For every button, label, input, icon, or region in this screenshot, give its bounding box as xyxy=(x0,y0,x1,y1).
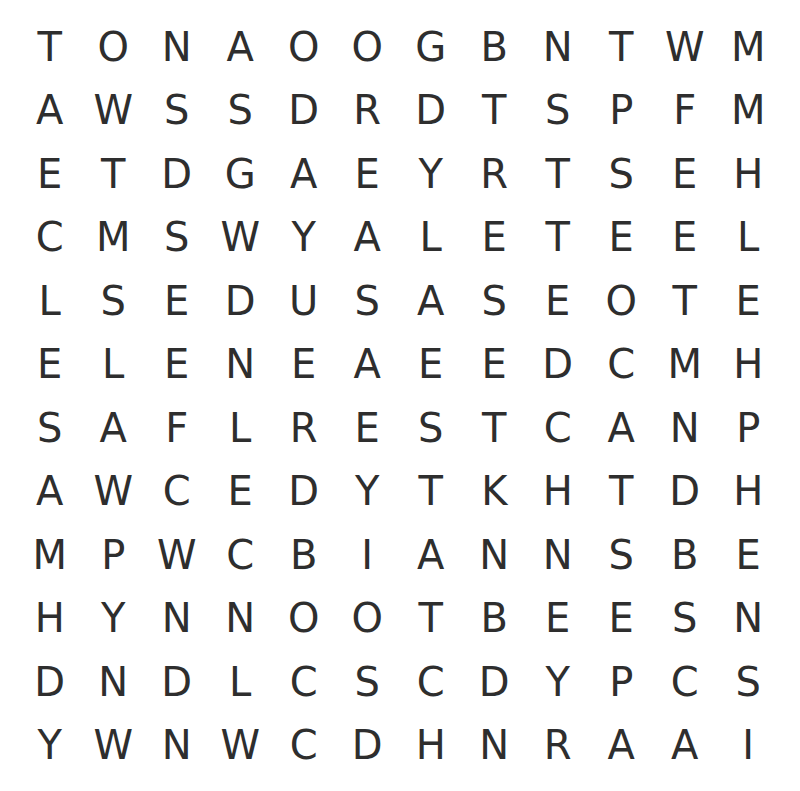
grid-cell[interactable]: S xyxy=(145,79,209,143)
grid-cell[interactable]: A xyxy=(399,269,463,333)
grid-cell[interactable]: T xyxy=(463,79,527,143)
grid-cell[interactable]: M xyxy=(82,206,146,270)
grid-cell[interactable]: T xyxy=(18,15,82,79)
grid-cell[interactable]: G xyxy=(209,142,273,206)
grid-cell[interactable]: L xyxy=(18,269,82,333)
grid-cell[interactable]: A xyxy=(82,396,146,460)
grid-cell[interactable]: F xyxy=(653,79,717,143)
grid-cell[interactable]: Y xyxy=(399,142,463,206)
grid-cell[interactable]: R xyxy=(526,714,590,778)
grid-cell[interactable]: C xyxy=(18,206,82,270)
grid-cell[interactable]: L xyxy=(209,650,273,714)
grid-cell[interactable]: S xyxy=(590,142,654,206)
grid-cell[interactable]: N xyxy=(463,714,527,778)
grid-cell[interactable]: M xyxy=(717,79,781,143)
grid-cell[interactable]: A xyxy=(590,396,654,460)
grid-cell[interactable]: N xyxy=(717,587,781,651)
grid-cell[interactable]: E xyxy=(209,460,273,524)
grid-cell[interactable]: S xyxy=(653,587,717,651)
grid-cell[interactable]: O xyxy=(82,15,146,79)
grid-cell[interactable]: D xyxy=(145,142,209,206)
grid-cell[interactable]: W xyxy=(653,15,717,79)
word-search-grid: TONAOOGBNTWMAWSSDRDTSPFMETDGAEYRTSEHCMSW… xyxy=(18,15,780,777)
grid-cell[interactable]: E xyxy=(717,523,781,587)
grid-cell[interactable]: Y xyxy=(336,460,400,524)
grid-cell[interactable]: I xyxy=(336,523,400,587)
grid-cell[interactable]: E xyxy=(590,587,654,651)
grid-cell[interactable]: O xyxy=(336,15,400,79)
grid-cell[interactable]: E xyxy=(18,142,82,206)
grid-cell[interactable]: S xyxy=(209,79,273,143)
grid-cell[interactable]: N xyxy=(145,714,209,778)
grid-cell[interactable]: N xyxy=(82,650,146,714)
grid-cell[interactable]: S xyxy=(145,206,209,270)
grid-cell[interactable]: A xyxy=(590,714,654,778)
grid-cell[interactable]: N xyxy=(145,587,209,651)
grid-cell[interactable]: S xyxy=(526,79,590,143)
grid-cell[interactable]: M xyxy=(717,15,781,79)
grid-cell[interactable]: T xyxy=(463,396,527,460)
grid-cell[interactable]: E xyxy=(653,142,717,206)
grid-cell[interactable]: T xyxy=(526,206,590,270)
grid-cell[interactable]: C xyxy=(272,650,336,714)
grid-cell[interactable]: H xyxy=(717,333,781,397)
grid-cell[interactable]: D xyxy=(145,650,209,714)
grid-cell[interactable]: E xyxy=(717,269,781,333)
grid-cell[interactable]: B xyxy=(463,15,527,79)
grid-cell[interactable]: E xyxy=(336,396,400,460)
grid-cell[interactable]: E xyxy=(399,333,463,397)
grid-cell[interactable]: P xyxy=(82,523,146,587)
grid-cell[interactable]: L xyxy=(399,206,463,270)
grid-cell[interactable]: D xyxy=(463,650,527,714)
grid-cell[interactable]: W xyxy=(209,714,273,778)
grid-cell[interactable]: T xyxy=(590,460,654,524)
grid-cell[interactable]: N xyxy=(209,587,273,651)
grid-cell[interactable]: O xyxy=(272,15,336,79)
grid-cell[interactable]: T xyxy=(399,460,463,524)
grid-cell[interactable]: D xyxy=(399,79,463,143)
grid-cell[interactable]: C xyxy=(590,333,654,397)
grid-cell[interactable]: U xyxy=(272,269,336,333)
grid-cell[interactable]: T xyxy=(82,142,146,206)
grid-cell[interactable]: Y xyxy=(18,714,82,778)
grid-cell[interactable]: O xyxy=(272,587,336,651)
grid-cell[interactable]: S xyxy=(590,523,654,587)
grid-cell[interactable]: P xyxy=(717,396,781,460)
grid-cell[interactable]: B xyxy=(463,587,527,651)
grid-cell[interactable]: A xyxy=(209,15,273,79)
grid-cell[interactable]: S xyxy=(717,650,781,714)
grid-cell[interactable]: N xyxy=(526,523,590,587)
grid-cell[interactable]: S xyxy=(82,269,146,333)
grid-cell[interactable]: T xyxy=(399,587,463,651)
grid-cell[interactable]: M xyxy=(18,523,82,587)
grid-cell[interactable]: N xyxy=(463,523,527,587)
grid-cell[interactable]: I xyxy=(717,714,781,778)
grid-cell[interactable]: S xyxy=(463,269,527,333)
grid-cell[interactable]: E xyxy=(463,206,527,270)
grid-cell[interactable]: W xyxy=(82,460,146,524)
grid-cell[interactable]: D xyxy=(336,714,400,778)
grid-cell[interactable]: H xyxy=(526,460,590,524)
grid-cell[interactable]: E xyxy=(145,269,209,333)
grid-cell[interactable]: B xyxy=(653,523,717,587)
grid-cell[interactable]: P xyxy=(590,79,654,143)
grid-cell[interactable]: D xyxy=(526,333,590,397)
grid-cell[interactable]: N xyxy=(526,15,590,79)
grid-cell[interactable]: M xyxy=(653,333,717,397)
grid-cell[interactable]: A xyxy=(399,523,463,587)
grid-cell[interactable]: H xyxy=(717,142,781,206)
grid-cell[interactable]: E xyxy=(272,333,336,397)
grid-cell[interactable]: F xyxy=(145,396,209,460)
grid-cell[interactable]: W xyxy=(209,206,273,270)
grid-cell[interactable]: W xyxy=(145,523,209,587)
grid-cell[interactable]: N xyxy=(209,333,273,397)
grid-cell[interactable]: C xyxy=(399,650,463,714)
grid-cell[interactable]: A xyxy=(272,142,336,206)
grid-cell[interactable]: A xyxy=(336,333,400,397)
grid-cell[interactable]: A xyxy=(653,714,717,778)
grid-cell[interactable]: A xyxy=(18,79,82,143)
grid-cell[interactable]: D xyxy=(18,650,82,714)
grid-cell[interactable]: O xyxy=(590,269,654,333)
grid-cell[interactable]: E xyxy=(526,269,590,333)
grid-cell[interactable]: C xyxy=(209,523,273,587)
grid-cell[interactable]: S xyxy=(336,269,400,333)
grid-cell[interactable]: L xyxy=(82,333,146,397)
grid-cell[interactable]: C xyxy=(526,396,590,460)
grid-cell[interactable]: E xyxy=(336,142,400,206)
grid-cell[interactable]: P xyxy=(590,650,654,714)
grid-cell[interactable]: R xyxy=(463,142,527,206)
grid-cell[interactable]: H xyxy=(717,460,781,524)
grid-cell[interactable]: B xyxy=(272,523,336,587)
grid-cell[interactable]: E xyxy=(653,206,717,270)
grid-cell[interactable]: O xyxy=(336,587,400,651)
grid-cell[interactable]: G xyxy=(399,15,463,79)
grid-cell[interactable]: D xyxy=(272,460,336,524)
grid-cell[interactable]: L xyxy=(209,396,273,460)
grid-cell[interactable]: S xyxy=(18,396,82,460)
grid-cell[interactable]: N xyxy=(653,396,717,460)
grid-cell[interactable]: T xyxy=(653,269,717,333)
grid-cell[interactable]: C xyxy=(653,650,717,714)
grid-cell[interactable]: C xyxy=(145,460,209,524)
grid-cell[interactable]: T xyxy=(526,142,590,206)
grid-cell[interactable]: Y xyxy=(272,206,336,270)
grid-cell[interactable]: L xyxy=(717,206,781,270)
grid-cell[interactable]: E xyxy=(526,587,590,651)
grid-cell[interactable]: E xyxy=(590,206,654,270)
grid-cell[interactable]: Y xyxy=(526,650,590,714)
grid-cell[interactable]: R xyxy=(272,396,336,460)
grid-cell[interactable]: W xyxy=(82,714,146,778)
grid-cell[interactable]: H xyxy=(399,714,463,778)
grid-cell[interactable]: E xyxy=(145,333,209,397)
grid-cell[interactable]: D xyxy=(653,460,717,524)
grid-cell[interactable]: N xyxy=(145,15,209,79)
grid-cell[interactable]: Y xyxy=(82,587,146,651)
grid-cell[interactable]: A xyxy=(336,206,400,270)
grid-cell[interactable]: D xyxy=(209,269,273,333)
grid-cell[interactable]: S xyxy=(336,650,400,714)
grid-cell[interactable]: R xyxy=(336,79,400,143)
grid-cell[interactable]: S xyxy=(399,396,463,460)
grid-cell[interactable]: E xyxy=(18,333,82,397)
grid-cell[interactable]: W xyxy=(82,79,146,143)
grid-cell[interactable]: C xyxy=(272,714,336,778)
grid-cell[interactable]: K xyxy=(463,460,527,524)
grid-cell[interactable]: H xyxy=(18,587,82,651)
grid-cell[interactable]: T xyxy=(590,15,654,79)
grid-cell[interactable]: D xyxy=(272,79,336,143)
grid-cell[interactable]: E xyxy=(463,333,527,397)
grid-cell[interactable]: A xyxy=(18,460,82,524)
